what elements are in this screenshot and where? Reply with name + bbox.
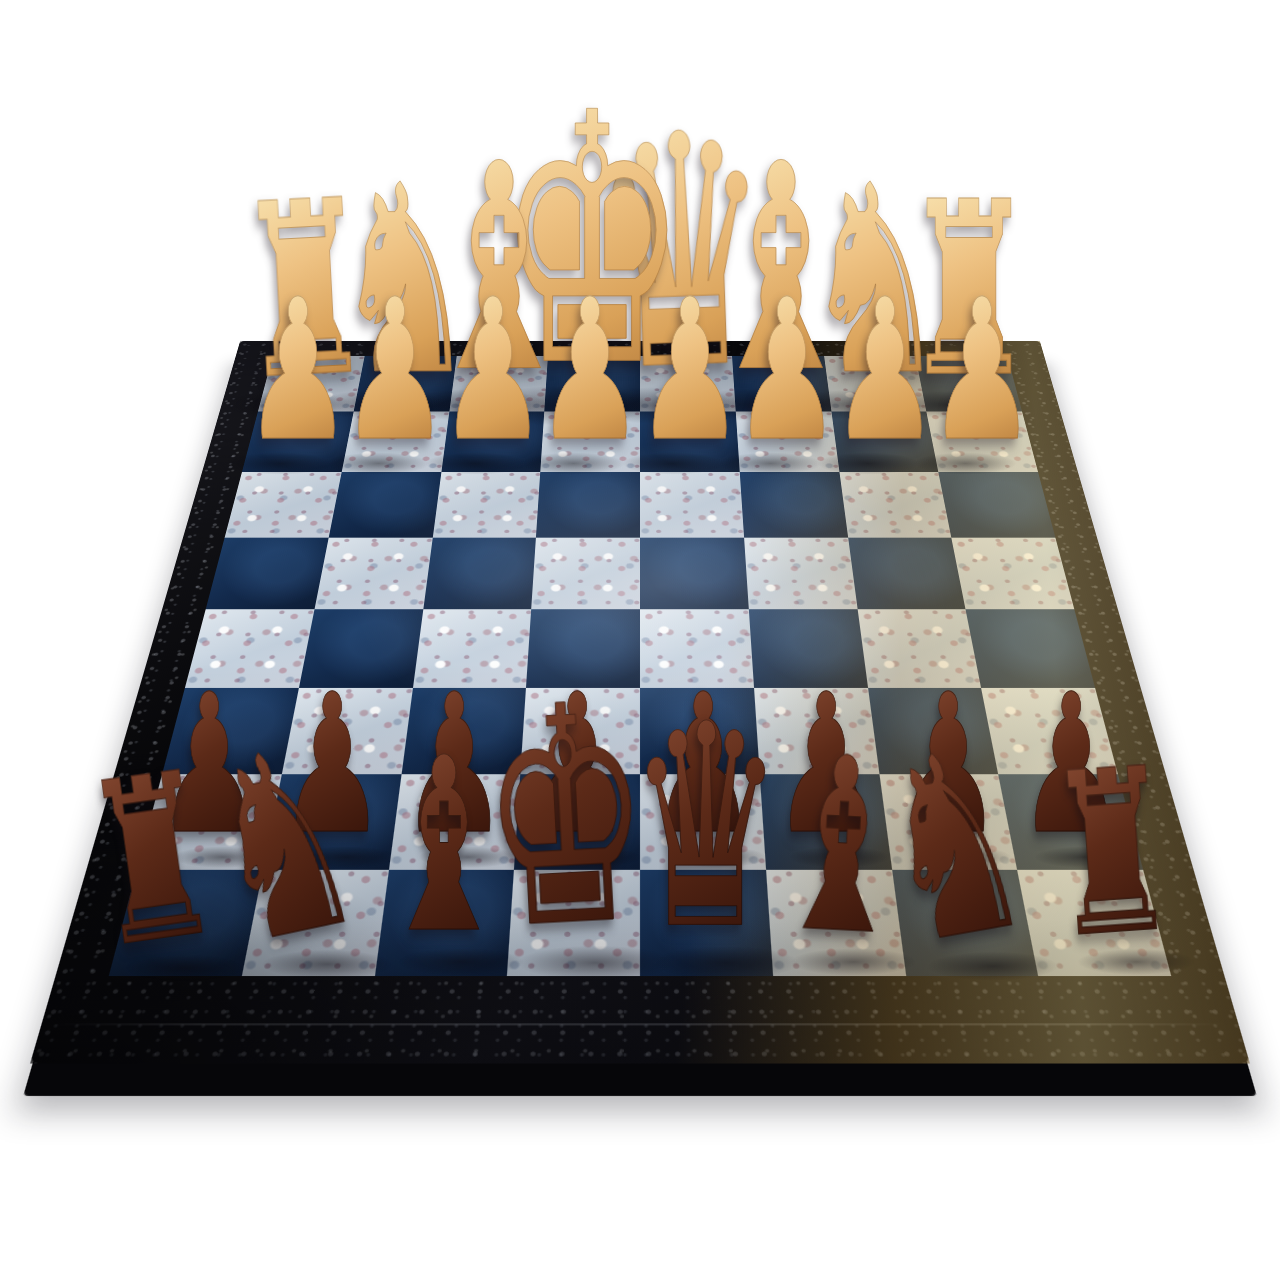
- square-e2: [540, 411, 640, 471]
- board-frame: [30, 341, 1250, 1064]
- square-e3: [536, 472, 640, 538]
- square-h2: [242, 411, 353, 471]
- board-photo-scene: ♜♞♝♛♚♝♞♜♟♟♟♟♟♟♟♟♟♟♟♟♟♟♟♟♜♞♝♛♚♝♞♜: [0, 0, 1280, 1280]
- square-e1: [544, 356, 640, 412]
- square-d4: [640, 538, 749, 610]
- square-g4: [314, 538, 432, 610]
- square-g2: [341, 411, 448, 471]
- square-e7: [514, 774, 640, 870]
- square-a2: [927, 411, 1038, 471]
- frame-groove-line: [56, 1023, 1224, 1025]
- square-f3: [432, 472, 540, 538]
- square-f6: [401, 688, 526, 774]
- board-squares-grid: [109, 356, 1171, 976]
- square-h7: [137, 774, 282, 870]
- square-g3: [328, 472, 441, 538]
- square-a8: [1017, 870, 1171, 976]
- square-b6: [868, 688, 999, 774]
- square-e5: [526, 609, 640, 688]
- square-c1: [732, 356, 831, 412]
- square-b7: [879, 774, 1017, 870]
- square-d8: [640, 870, 773, 976]
- square-a5: [966, 609, 1095, 688]
- square-h1: [258, 356, 365, 412]
- square-h5: [185, 609, 314, 688]
- square-h6: [162, 688, 299, 774]
- square-h4: [206, 538, 329, 610]
- square-d6: [640, 688, 759, 774]
- square-c4: [744, 538, 857, 610]
- square-e8: [507, 870, 640, 976]
- square-f2: [441, 411, 544, 471]
- square-d5: [640, 609, 754, 688]
- square-b4: [848, 538, 966, 610]
- square-c8: [766, 870, 906, 976]
- square-c3: [740, 472, 848, 538]
- square-h8: [109, 870, 263, 976]
- square-d1: [640, 356, 736, 412]
- square-b3: [839, 472, 952, 538]
- square-g5: [299, 609, 423, 688]
- square-g6: [282, 688, 413, 774]
- square-f4: [423, 538, 536, 610]
- square-c5: [749, 609, 868, 688]
- square-d7: [640, 774, 766, 870]
- square-b1: [824, 356, 927, 412]
- chess-board: [30, 341, 1250, 1064]
- square-e4: [531, 538, 640, 610]
- square-a6: [981, 688, 1118, 774]
- square-h3: [225, 472, 342, 538]
- square-a7: [998, 774, 1143, 870]
- square-f7: [388, 774, 520, 870]
- square-g7: [263, 774, 401, 870]
- square-f5: [412, 609, 531, 688]
- square-c7: [759, 774, 891, 870]
- square-c2: [736, 411, 839, 471]
- square-f8: [374, 870, 514, 976]
- square-b8: [892, 870, 1039, 976]
- square-c6: [754, 688, 879, 774]
- square-g8: [242, 870, 389, 976]
- square-a3: [939, 472, 1056, 538]
- square-d2: [640, 411, 740, 471]
- square-b2: [831, 411, 938, 471]
- square-d3: [640, 472, 744, 538]
- square-g1: [353, 356, 456, 412]
- square-e6: [521, 688, 640, 774]
- square-a4: [952, 538, 1075, 610]
- square-f1: [449, 356, 548, 412]
- square-b5: [857, 609, 981, 688]
- square-a1: [915, 356, 1022, 412]
